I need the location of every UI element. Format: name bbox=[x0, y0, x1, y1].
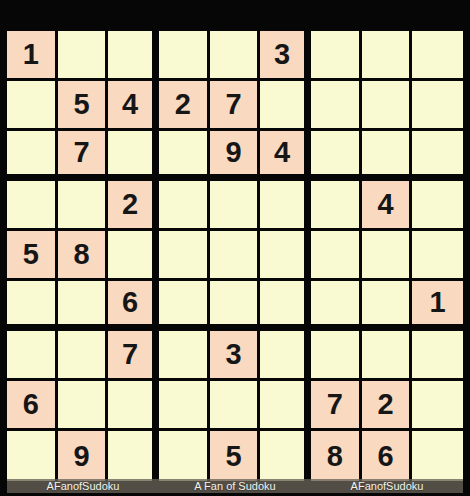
cell-r2c5[interactable]: 7 bbox=[210, 81, 261, 131]
watermark-right: AFanofSudoku bbox=[311, 479, 463, 493]
cell-r7c6[interactable] bbox=[260, 331, 311, 381]
cell-r8c6[interactable] bbox=[260, 381, 311, 431]
watermark-left: AFanofSudoku bbox=[7, 479, 159, 493]
cell-r3c3[interactable] bbox=[108, 131, 159, 181]
cell-r3c2[interactable]: 7 bbox=[58, 131, 109, 181]
cell-r9c6[interactable] bbox=[260, 431, 311, 481]
cell-r1c9[interactable] bbox=[412, 31, 463, 81]
cell-r2c8[interactable] bbox=[362, 81, 413, 131]
cell-r7c2[interactable] bbox=[58, 331, 109, 381]
cell-r5c5[interactable] bbox=[210, 231, 261, 281]
cell-r6c1[interactable] bbox=[7, 281, 58, 331]
cell-r6c8[interactable] bbox=[362, 281, 413, 331]
cell-r2c3[interactable]: 4 bbox=[108, 81, 159, 131]
cell-r9c2[interactable]: 9 bbox=[58, 431, 109, 481]
cell-r1c8[interactable] bbox=[362, 31, 413, 81]
cell-r2c2[interactable]: 5 bbox=[58, 81, 109, 131]
cell-r2c6[interactable] bbox=[260, 81, 311, 131]
sudoku-board: 135427794245861736729586 bbox=[7, 31, 463, 481]
cell-r4c3[interactable]: 2 bbox=[108, 181, 159, 231]
cell-r5c4[interactable] bbox=[159, 231, 210, 281]
cell-r1c3[interactable] bbox=[108, 31, 159, 81]
cell-r7c4[interactable] bbox=[159, 331, 210, 381]
cell-r1c4[interactable] bbox=[159, 31, 210, 81]
cell-r5c3[interactable] bbox=[108, 231, 159, 281]
cell-r9c4[interactable] bbox=[159, 431, 210, 481]
cell-r1c1[interactable]: 1 bbox=[7, 31, 58, 81]
cell-r9c1[interactable] bbox=[7, 431, 58, 481]
cell-r8c7[interactable]: 7 bbox=[311, 381, 362, 431]
cell-r9c8[interactable]: 6 bbox=[362, 431, 413, 481]
cell-r7c5[interactable]: 3 bbox=[210, 331, 261, 381]
cell-r3c7[interactable] bbox=[311, 131, 362, 181]
cell-r3c4[interactable] bbox=[159, 131, 210, 181]
cell-r7c3[interactable]: 7 bbox=[108, 331, 159, 381]
cell-r3c8[interactable] bbox=[362, 131, 413, 181]
cell-r8c5[interactable] bbox=[210, 381, 261, 431]
cell-r9c3[interactable] bbox=[108, 431, 159, 481]
cell-r5c9[interactable] bbox=[412, 231, 463, 281]
cell-r1c7[interactable] bbox=[311, 31, 362, 81]
cell-r8c4[interactable] bbox=[159, 381, 210, 431]
cell-r4c2[interactable] bbox=[58, 181, 109, 231]
cell-r5c7[interactable] bbox=[311, 231, 362, 281]
cell-r8c8[interactable]: 2 bbox=[362, 381, 413, 431]
cell-r4c8[interactable]: 4 bbox=[362, 181, 413, 231]
cell-r3c6[interactable]: 4 bbox=[260, 131, 311, 181]
cell-r9c7[interactable]: 8 bbox=[311, 431, 362, 481]
cell-r4c7[interactable] bbox=[311, 181, 362, 231]
cell-r7c7[interactable] bbox=[311, 331, 362, 381]
cell-r2c1[interactable] bbox=[7, 81, 58, 131]
cell-r2c9[interactable] bbox=[412, 81, 463, 131]
cell-r3c9[interactable] bbox=[412, 131, 463, 181]
cell-r7c1[interactable] bbox=[7, 331, 58, 381]
cell-r5c8[interactable] bbox=[362, 231, 413, 281]
cell-r1c2[interactable] bbox=[58, 31, 109, 81]
cell-r4c1[interactable] bbox=[7, 181, 58, 231]
cell-r6c4[interactable] bbox=[159, 281, 210, 331]
cell-r6c6[interactable] bbox=[260, 281, 311, 331]
cell-r6c3[interactable]: 6 bbox=[108, 281, 159, 331]
watermark-center: A Fan of Sudoku bbox=[159, 479, 311, 493]
cell-r2c4[interactable]: 2 bbox=[159, 81, 210, 131]
cell-r4c5[interactable] bbox=[210, 181, 261, 231]
cell-r6c9[interactable]: 1 bbox=[412, 281, 463, 331]
cell-r5c2[interactable]: 8 bbox=[58, 231, 109, 281]
cell-r6c5[interactable] bbox=[210, 281, 261, 331]
sudoku-screenshot: 135427794245861736729586 AFanofSudoku A … bbox=[0, 0, 470, 496]
cell-r1c5[interactable] bbox=[210, 31, 261, 81]
cell-r4c9[interactable] bbox=[412, 181, 463, 231]
cell-r8c1[interactable]: 6 bbox=[7, 381, 58, 431]
cell-r3c5[interactable]: 9 bbox=[210, 131, 261, 181]
cell-r7c8[interactable] bbox=[362, 331, 413, 381]
cell-r9c5[interactable]: 5 bbox=[210, 431, 261, 481]
cell-r4c6[interactable] bbox=[260, 181, 311, 231]
cell-r8c3[interactable] bbox=[108, 381, 159, 431]
cell-r1c6[interactable]: 3 bbox=[260, 31, 311, 81]
cell-r4c4[interactable] bbox=[159, 181, 210, 231]
cell-r3c1[interactable] bbox=[7, 131, 58, 181]
cell-r6c7[interactable] bbox=[311, 281, 362, 331]
cell-r8c9[interactable] bbox=[412, 381, 463, 431]
cell-r5c6[interactable] bbox=[260, 231, 311, 281]
cell-r8c2[interactable] bbox=[58, 381, 109, 431]
cell-r6c2[interactable] bbox=[58, 281, 109, 331]
cell-r9c9[interactable] bbox=[412, 431, 463, 481]
cell-r5c1[interactable]: 5 bbox=[7, 231, 58, 281]
watermark-bar: AFanofSudoku A Fan of Sudoku AFanofSudok… bbox=[7, 479, 463, 493]
cell-r2c7[interactable] bbox=[311, 81, 362, 131]
cell-r7c9[interactable] bbox=[412, 331, 463, 381]
